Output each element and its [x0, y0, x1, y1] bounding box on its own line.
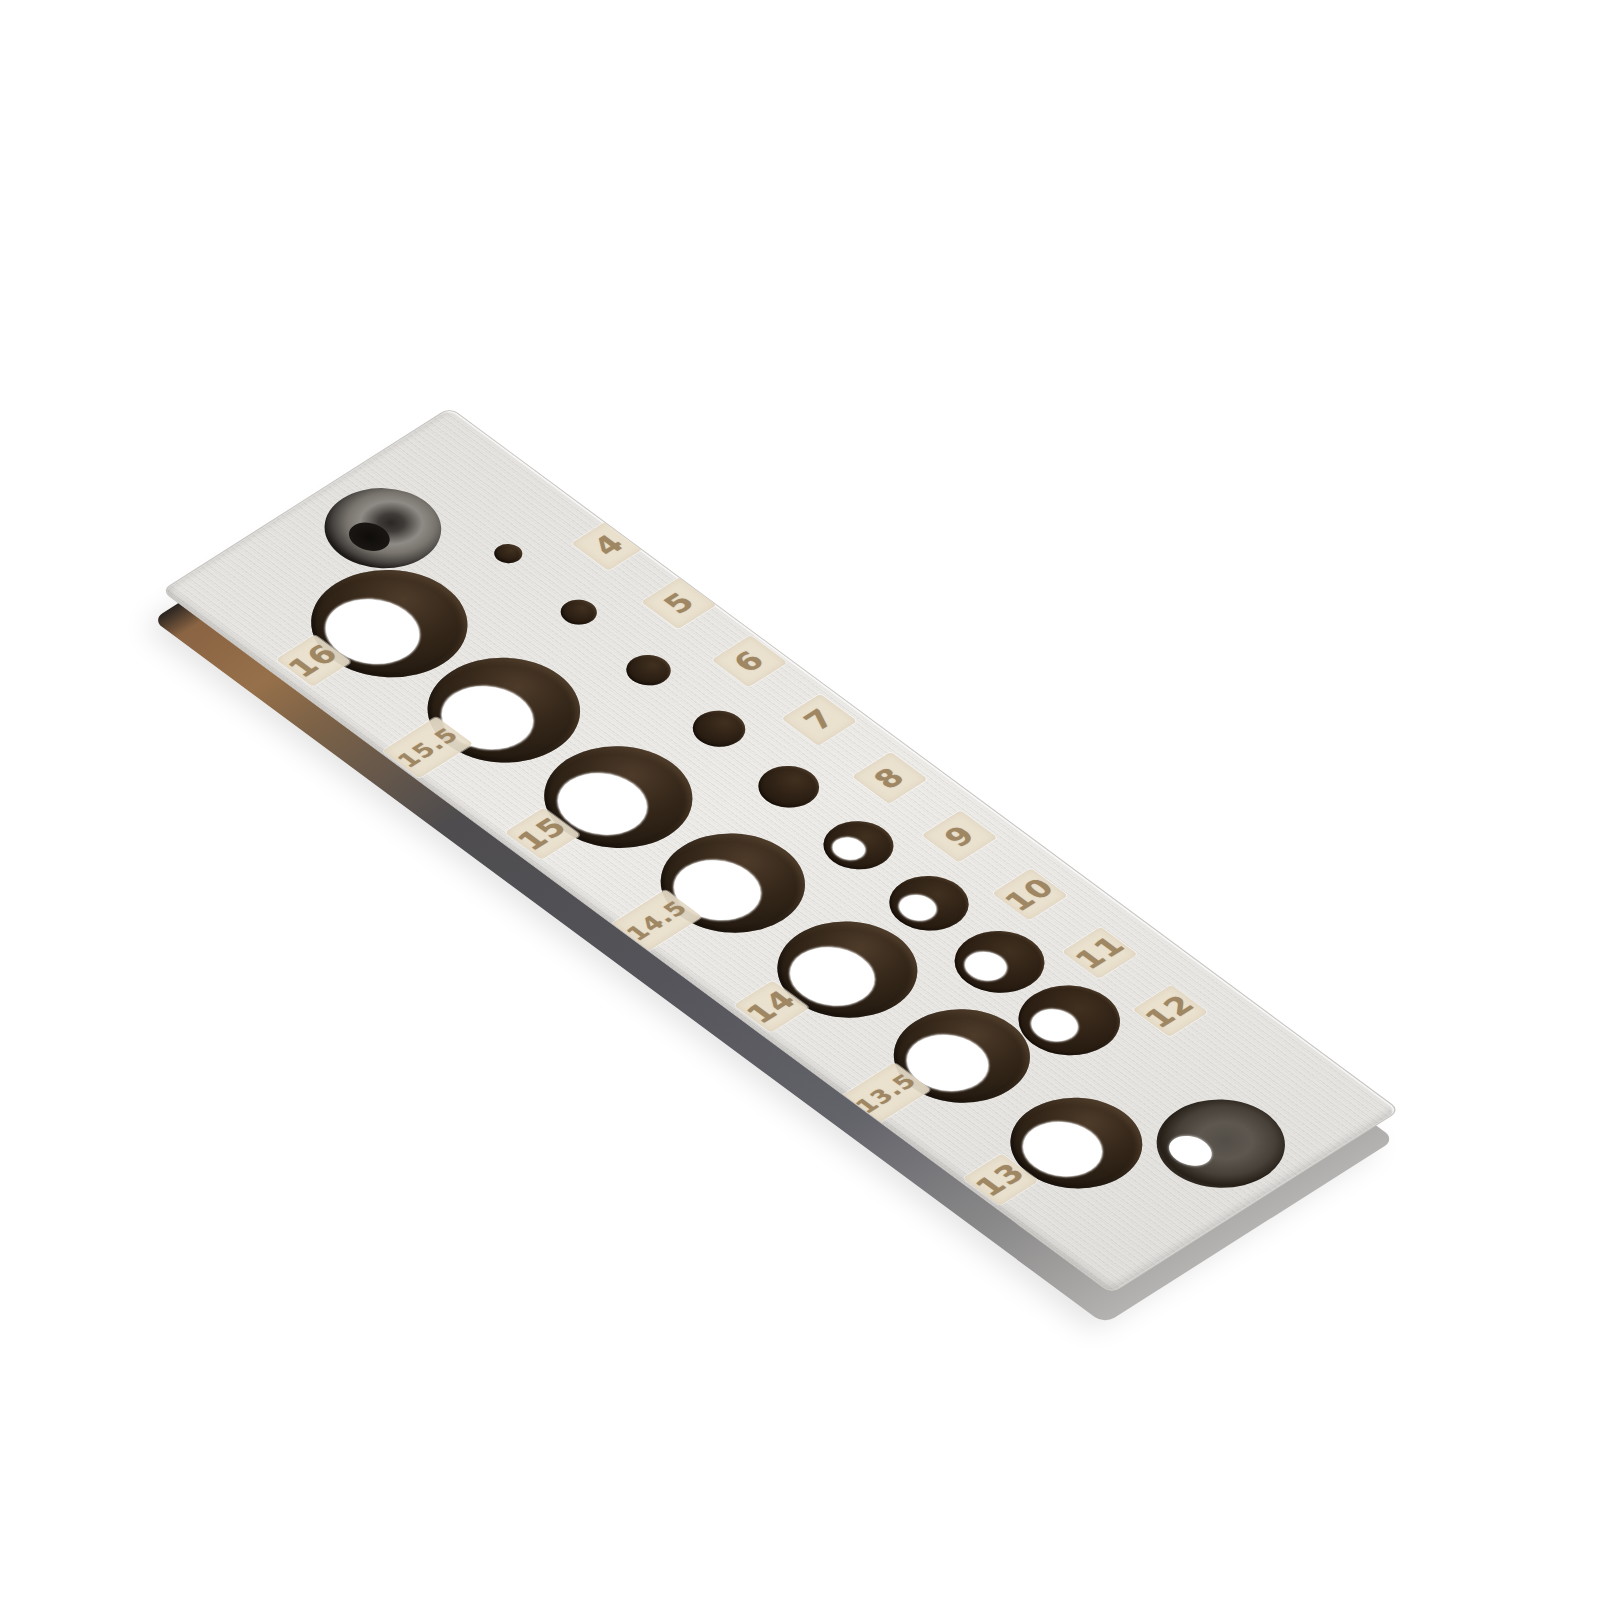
- size-label-text: 9: [937, 820, 984, 853]
- size-label-text: 5: [656, 587, 703, 620]
- gauge-hole-4: [488, 540, 528, 567]
- mounting-hole-through-opening: [1161, 1130, 1221, 1171]
- size-label-text: 6: [726, 645, 773, 678]
- size-label-text: 4: [586, 528, 633, 561]
- size-label-text: 7: [796, 703, 843, 736]
- gauge-hole-6: [617, 649, 680, 692]
- gauge-hole-9: [809, 811, 908, 879]
- size-label-11: 11: [1062, 927, 1138, 979]
- countersunk-mounting-hole-top-left: [300, 472, 465, 585]
- size-label-4: 4: [571, 519, 647, 571]
- gauge-hole-5: [553, 594, 604, 629]
- size-label-8: 8: [852, 752, 928, 804]
- gauge-hole-8: [746, 757, 832, 816]
- size-label-text: 12: [1138, 989, 1203, 1033]
- size-label-12: 12: [1132, 985, 1208, 1037]
- size-label-7: 7: [782, 693, 858, 745]
- through-hole-opening: [826, 833, 871, 864]
- size-label-10: 10: [992, 868, 1068, 920]
- drawplate: 4567891011121615.51514.51413.513: [161, 407, 1400, 1294]
- size-label-5: 5: [641, 577, 717, 629]
- size-label-9: 9: [922, 810, 998, 862]
- through-hole-opening: [1022, 1003, 1088, 1048]
- gauge-hole-7: [682, 703, 756, 754]
- through-hole-opening: [892, 890, 944, 925]
- size-label-text: 15.5: [392, 723, 464, 771]
- product-photo-scene: 4567891011121615.51514.51413.513: [0, 0, 1600, 1600]
- size-label-6: 6: [712, 635, 788, 687]
- mounting-hole-bore: [341, 517, 399, 557]
- through-hole-opening: [957, 946, 1015, 986]
- size-label-text: 11: [1068, 931, 1133, 975]
- size-label-text: 10: [997, 872, 1062, 916]
- gauge-hole-10: [873, 865, 985, 942]
- size-label-text: 14.5: [621, 896, 693, 944]
- size-label-text: 8: [866, 762, 913, 795]
